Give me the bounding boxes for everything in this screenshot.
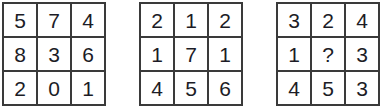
grid2-cell-r2c1: 1 [141,38,173,70]
grid1-cell-r1c3: 4 [72,4,104,36]
grid3-cell-r2c3: 3 [346,38,378,70]
grid3-cell-r3c2: 5 [312,72,344,104]
grid1-cell-r2c1: 8 [4,38,36,70]
grid2-cell-r1c1: 2 [141,4,173,36]
grid3-cell-missing-value: ? [312,38,344,70]
grid1-cell-r1c2: 7 [38,4,70,36]
grid3-cell-r1c3: 4 [346,4,378,36]
grid1-cell-r2c2: 3 [38,38,70,70]
grid3-cell-r3c1: 4 [278,72,310,104]
puzzle-grid-2: 2 1 2 1 7 1 4 5 6 [139,2,243,106]
grid2-cell-r2c3: 1 [209,38,241,70]
grid2-cell-r3c1: 4 [141,72,173,104]
puzzle-grids-row: 5 7 4 8 3 6 2 0 1 2 1 2 1 7 1 4 5 6 3 2 … [0,0,387,106]
grid2-cell-r2c2: 7 [175,38,207,70]
puzzle-grid-1: 5 7 4 8 3 6 2 0 1 [2,2,106,106]
grid3-cell-r2c1: 1 [278,38,310,70]
grid1-cell-r3c3: 1 [72,72,104,104]
grid3-cell-r1c2: 2 [312,4,344,36]
grid1-cell-r1c1: 5 [4,4,36,36]
grid2-cell-r3c2: 5 [175,72,207,104]
grid3-cell-r1c1: 3 [278,4,310,36]
grid1-cell-r3c1: 2 [4,72,36,104]
grid2-cell-r1c3: 2 [209,4,241,36]
grid2-cell-r1c2: 1 [175,4,207,36]
grid3-cell-r3c3: 3 [346,72,378,104]
puzzle-grid-3: 3 2 4 1 ? 3 4 5 3 [276,2,380,106]
grid2-cell-r3c3: 6 [209,72,241,104]
grid1-cell-r3c2: 0 [38,72,70,104]
grid1-cell-r2c3: 6 [72,38,104,70]
